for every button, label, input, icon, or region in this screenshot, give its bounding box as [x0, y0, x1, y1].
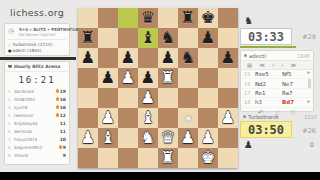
standing-score: 19	[60, 89, 66, 94]
move-number: 17	[244, 90, 255, 96]
square-b4[interactable]	[98, 88, 118, 108]
move-list: 15Rxe5Nf516Nd2Ne717Re1Ra718h3Bd7	[241, 70, 313, 108]
white-pawn: ♟	[201, 128, 216, 148]
black-move[interactable]: Nf5	[282, 71, 309, 77]
next-move-icon[interactable]: ›	[281, 61, 283, 69]
black-knight: ♞	[181, 48, 196, 68]
square-h7[interactable]	[218, 28, 238, 48]
standing-score: 10	[60, 137, 66, 142]
streak-flame-icon	[56, 97, 59, 101]
square-c4[interactable]	[118, 88, 138, 108]
top-player-rating: 1845	[297, 53, 310, 59]
black-pawn: ♟	[81, 48, 96, 68]
arena-header[interactable]: Hourly Blitz Arena	[5, 62, 69, 72]
square-f6[interactable]: ♞	[178, 48, 198, 68]
square-d2[interactable]: ♞	[138, 128, 158, 148]
square-g6[interactable]	[198, 48, 218, 68]
white-arena-rank: #26	[294, 127, 316, 135]
move-row: 15Rxe5Nf5	[241, 70, 313, 79]
square-e6[interactable]: ♟	[158, 48, 178, 68]
white-bishop: ♝	[101, 128, 116, 148]
online-dot	[244, 54, 247, 57]
white-queen: ♛	[161, 128, 176, 148]
square-b7[interactable]	[98, 28, 118, 48]
move-scrollbar[interactable]: ▲ ▼	[307, 70, 312, 104]
move-row: 17Re1Ra7	[241, 89, 313, 98]
black-arena-rank: #29	[294, 33, 316, 41]
square-e1[interactable]: ♜	[158, 148, 178, 168]
square-h3[interactable]: ♟	[218, 108, 238, 128]
black-move[interactable]: Bd7	[282, 99, 309, 105]
square-c6[interactable]: ♟	[118, 48, 138, 68]
black-pawn: ♟	[101, 68, 116, 88]
standing-score: 16	[60, 97, 66, 102]
captured-by-white: ♟	[244, 140, 254, 150]
square-f5[interactable]	[178, 68, 198, 88]
standing-row-5[interactable]: 5Kripskeyda11	[5, 119, 69, 127]
square-b5[interactable]: ♟	[98, 68, 118, 88]
standing-row-1[interactable]: 1darrbrale19	[5, 87, 69, 95]
black-rook: ♜	[181, 8, 196, 28]
top-player-row[interactable]: adecti 1845	[241, 51, 313, 60]
square-g7[interactable]: ♟	[198, 28, 218, 48]
square-c7[interactable]	[118, 28, 138, 48]
white-pawn: ♟	[81, 128, 96, 148]
move-number: 16	[244, 81, 255, 87]
standing-row-2[interactable]: 2OniB200116	[5, 95, 69, 103]
captured-knight-icon: ♞	[244, 15, 254, 26]
bottom-player-row[interactable]: Turbotronik 2215	[240, 112, 320, 121]
square-d6[interactable]	[138, 48, 158, 68]
black-pawn: ♟	[161, 48, 176, 68]
square-f7[interactable]	[178, 28, 198, 48]
square-a8[interactable]	[78, 8, 98, 28]
square-h8[interactable]	[218, 8, 238, 28]
square-d1[interactable]	[138, 148, 158, 168]
square-h2[interactable]	[218, 128, 238, 148]
move-hint-dot	[185, 115, 192, 122]
black-pawn: ♟	[221, 48, 236, 68]
move-row: 16Nd2Ne7	[241, 79, 313, 88]
standing-player-name: OniB2001	[14, 97, 56, 102]
square-d7[interactable]: ♝	[138, 28, 158, 48]
square-g1[interactable]: ♚	[198, 148, 218, 168]
black-move[interactable]: Ne7	[282, 81, 309, 87]
standing-row-7[interactable]: 7Fokus197410	[5, 135, 69, 143]
black-player-label: adecti (1845)	[13, 48, 42, 53]
square-f8[interactable]: ♜	[178, 8, 198, 28]
white-king: ♚	[201, 148, 216, 168]
black-bishop: ♝	[141, 28, 156, 48]
captured-by-black: ♞	[244, 16, 254, 26]
white-clock-time: 03:50	[248, 123, 284, 137]
standing-score: 9	[63, 153, 66, 158]
white-bishop: ♝	[141, 108, 156, 128]
move-number: 18	[244, 99, 255, 105]
white-move[interactable]: Re1	[255, 90, 282, 96]
black-color-icon: ●	[8, 48, 12, 53]
lichess-game-page: lichess.org ◷ 5+0 • BLITZ • РЕЙТИНГОВАЯ …	[0, 0, 320, 180]
white-clock: 03:50	[240, 121, 292, 138]
standing-score: 11	[60, 129, 66, 134]
streak-flame-icon	[59, 145, 62, 149]
white-pawn: ♟	[141, 88, 156, 108]
square-b3[interactable]: ♟	[98, 108, 118, 128]
square-b2[interactable]: ♝	[98, 128, 118, 148]
lichess-logo[interactable]: lichess.org	[10, 7, 64, 18]
square-c2[interactable]	[118, 128, 138, 148]
square-f2[interactable]: ♟	[178, 128, 198, 148]
square-g4[interactable]	[198, 88, 218, 108]
first-move-icon[interactable]: ≪	[259, 61, 265, 69]
standing-score: 11	[60, 121, 66, 126]
analysis-board-icon[interactable]: ▤	[247, 61, 252, 69]
white-color-icon: ○	[8, 42, 12, 47]
streak-flame-icon	[56, 113, 59, 117]
standing-row-3[interactable]: 3kjut7616	[5, 103, 69, 111]
white-pawn: ♟	[101, 108, 116, 128]
square-c3[interactable]	[118, 108, 138, 128]
standing-player-name: Fokus1974	[14, 137, 60, 142]
black-knight: ♞	[161, 28, 176, 48]
game-info-card: ◷ 5+0 • BLITZ • РЕЙТИНГОВАЯ Активная пар…	[4, 23, 70, 56]
square-a7[interactable]: ♜	[78, 28, 98, 48]
clock-progress-bar	[240, 46, 296, 48]
square-c1[interactable]	[118, 148, 138, 168]
white-player-label: Turbotronik (2215)	[13, 42, 53, 47]
black-move[interactable]: Ra7	[282, 90, 309, 96]
letterbox-bar	[0, 172, 320, 180]
square-f3[interactable]	[178, 108, 198, 128]
white-move[interactable]: h3	[255, 99, 282, 105]
streak-flame-icon	[56, 105, 59, 109]
top-player-name: adecti	[249, 53, 295, 59]
white-knight: ♞	[141, 128, 156, 148]
black-pawn: ♟	[201, 28, 216, 48]
standing-row-6[interactable]: 6dertolub11	[5, 127, 69, 135]
move-number: 15	[244, 71, 255, 77]
move-panel: adecti 1845 ▤≪‹›≫ 15Rxe5Nf516Nd2Ne717Re1…	[240, 50, 314, 112]
square-f1[interactable]	[178, 148, 198, 168]
square-e7[interactable]: ♞	[158, 28, 178, 48]
square-h5[interactable]	[218, 68, 238, 88]
square-c5[interactable]: ♟	[118, 68, 138, 88]
square-d5[interactable]: ♟	[138, 68, 158, 88]
square-d3[interactable]: ♝	[138, 108, 158, 128]
divider	[8, 39, 66, 40]
standing-player-name: kjut76	[14, 105, 56, 110]
standing-row-8[interactable]: 8beginnerM129	[5, 143, 69, 151]
white-pawn: ♟	[221, 108, 236, 128]
square-b8[interactable]	[98, 8, 118, 28]
square-g3[interactable]	[198, 108, 218, 128]
arena-card: Hourly Blitz Arena 16:21 1darrbrale192On…	[4, 61, 70, 165]
standing-score: 16	[60, 105, 66, 110]
square-h1[interactable]	[218, 148, 238, 168]
arena-countdown: 16:21	[5, 75, 69, 85]
square-a1[interactable]	[78, 148, 98, 168]
scroll-down-icon[interactable]: ▼	[307, 100, 310, 104]
square-a2[interactable]: ♟	[78, 128, 98, 148]
square-b6[interactable]	[98, 48, 118, 68]
captured-pawn-icon: ♟	[244, 139, 254, 150]
white-rook: ♜	[161, 148, 176, 168]
black-clock-time: 03:33	[248, 30, 284, 44]
square-a3[interactable]	[78, 108, 98, 128]
white-pawn: ♟	[181, 128, 196, 148]
standing-row-4[interactable]: 4teensson12	[5, 111, 69, 119]
streak-flame-icon	[56, 89, 59, 93]
square-d4[interactable]: ♟	[138, 88, 158, 108]
square-c8[interactable]	[118, 8, 138, 28]
square-e4[interactable]	[158, 88, 178, 108]
standing-player-name: dertolub	[14, 129, 60, 134]
white-pawn: ♟	[121, 68, 136, 88]
sidebar-divider	[0, 57, 76, 60]
chess-board: ♛♜♚♜♝♞♟♟♟♟♞♟♟♟♟♜♟♟♝♟♟♝♞♛♟♟♜♚	[78, 8, 238, 168]
square-h4[interactable]	[218, 88, 238, 108]
scroll-thumb[interactable]	[308, 79, 311, 88]
trophy-icon	[8, 65, 12, 68]
move-row: 18h3Bd7	[241, 98, 313, 107]
standing-player-name: Kripskeyda	[14, 121, 60, 126]
prev-move-icon[interactable]: ‹	[272, 61, 274, 69]
square-g2[interactable]: ♟	[198, 128, 218, 148]
online-dot	[243, 115, 246, 118]
arena-title: Hourly Blitz Arena	[14, 64, 60, 69]
game-status-label: Активная партия	[19, 32, 66, 37]
standing-player-name: darrbrale	[14, 89, 56, 94]
nav-row: ▤≪‹›≫	[241, 60, 313, 70]
last-move-icon[interactable]: ≫	[290, 61, 296, 69]
square-f4[interactable]	[178, 88, 198, 108]
black-pawn: ♟	[121, 48, 136, 68]
white-rook: ♜	[161, 68, 176, 88]
square-e2[interactable]: ♛	[158, 128, 178, 148]
blitz-clock-icon: ◷	[8, 28, 14, 35]
standing-row-9[interactable]: 9Imlord9	[5, 151, 69, 159]
black-player-row[interactable]: ●adecti (1845)	[8, 48, 66, 54]
white-move[interactable]: Nd2	[255, 81, 282, 87]
square-a5[interactable]	[78, 68, 98, 88]
square-h6[interactable]: ♟	[218, 48, 238, 68]
black-pawn: ♟	[141, 68, 156, 88]
square-a6[interactable]: ♟	[78, 48, 98, 68]
arena-standings: 1darrbrale192OniB2001163kjut76164teensso…	[5, 87, 69, 159]
square-e3[interactable]	[158, 108, 178, 128]
square-a4[interactable]	[78, 88, 98, 108]
standing-player-name: beginnerM12	[14, 145, 59, 150]
square-e5[interactable]: ♜	[158, 68, 178, 88]
square-d8[interactable]: ♛	[138, 8, 158, 28]
scroll-up-icon[interactable]: ▲	[307, 70, 310, 74]
standing-score: 12	[60, 113, 66, 118]
black-clock: 03:33	[240, 28, 292, 45]
bottom-player-rating: 2215	[304, 114, 317, 120]
material-count: 0	[300, 141, 314, 149]
square-g5[interactable]	[198, 68, 218, 88]
square-e8[interactable]	[158, 8, 178, 28]
bottom-player-name: Turbotronik	[248, 114, 302, 120]
standing-score: 9	[63, 145, 66, 150]
standing-player-name: Imlord	[14, 153, 63, 158]
square-g8[interactable]: ♚	[198, 8, 218, 28]
black-king: ♚	[201, 8, 216, 28]
white-move[interactable]: Rxe5	[255, 71, 282, 77]
black-queen: ♛	[141, 8, 156, 28]
square-b1[interactable]	[98, 148, 118, 168]
standing-player-name: teensson	[14, 113, 56, 118]
black-rook: ♜	[81, 28, 96, 48]
